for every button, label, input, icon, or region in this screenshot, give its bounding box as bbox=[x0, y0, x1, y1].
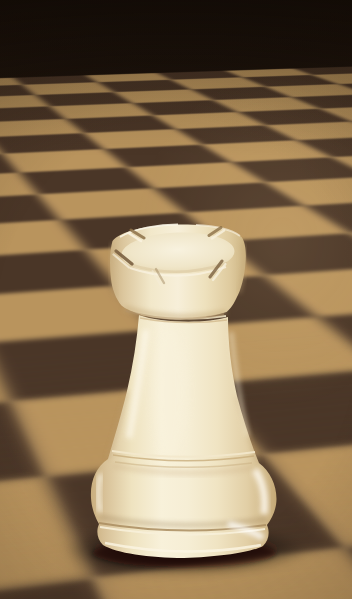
photo-scene: ♖ bbox=[0, 0, 352, 599]
rook-crown bbox=[110, 224, 246, 319]
white-rook-piece bbox=[0, 0, 352, 599]
rook-body bbox=[91, 314, 277, 558]
